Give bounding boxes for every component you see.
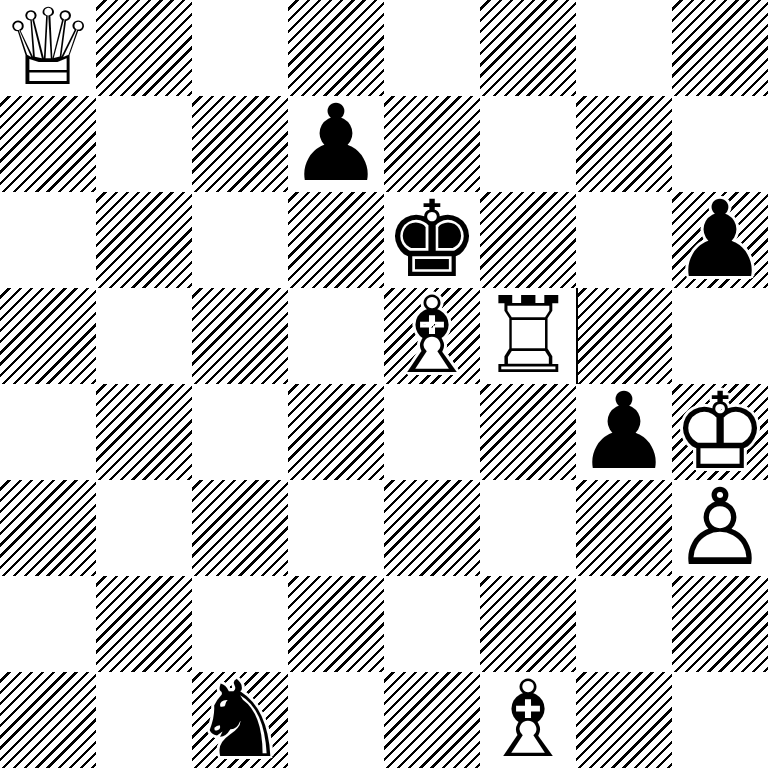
black-knight: ♞ [192,672,288,768]
square-h5[interactable] [672,288,768,384]
square-c2[interactable] [192,576,288,672]
square-a5[interactable] [0,288,96,384]
square-f6[interactable] [480,192,576,288]
square-e2[interactable] [384,576,480,672]
white-queen-fill: ♛ [0,0,96,96]
square-b2[interactable] [96,576,192,672]
black-king: ♚ [384,192,480,288]
square-f8[interactable] [480,0,576,96]
square-f2[interactable] [480,576,576,672]
square-e5[interactable]: ♝♗ [384,288,480,384]
square-c3[interactable] [192,480,288,576]
square-b8[interactable] [96,0,192,96]
square-d6[interactable] [288,192,384,288]
square-d8[interactable] [288,0,384,96]
square-g3[interactable] [576,480,672,576]
square-d3[interactable] [288,480,384,576]
square-f3[interactable] [480,480,576,576]
square-a6[interactable] [0,192,96,288]
white-rook-fill: ♜ [480,288,576,384]
white-king: ♔ [672,384,768,480]
square-d1[interactable] [288,672,384,768]
square-e4[interactable] [384,384,480,480]
square-h2[interactable] [672,576,768,672]
square-h1[interactable] [672,672,768,768]
square-c1[interactable]: ♞ [192,672,288,768]
square-g8[interactable] [576,0,672,96]
square-h6[interactable]: ♟ [672,192,768,288]
square-e6[interactable]: ♚ [384,192,480,288]
square-a1[interactable] [0,672,96,768]
white-bishop-fill: ♝ [480,672,576,768]
square-f4[interactable] [480,384,576,480]
square-b4[interactable] [96,384,192,480]
square-h4[interactable]: ♚♔ [672,384,768,480]
square-c6[interactable] [192,192,288,288]
square-g4[interactable]: ♟ [576,384,672,480]
square-f5[interactable]: ♜♖ [480,288,576,384]
square-c7[interactable] [192,96,288,192]
square-c8[interactable] [192,0,288,96]
black-pawn: ♟ [576,384,672,480]
black-pawn: ♟ [672,192,768,288]
square-g1[interactable] [576,672,672,768]
square-c4[interactable] [192,384,288,480]
white-king-fill: ♚ [672,384,768,480]
square-g7[interactable] [576,96,672,192]
square-d2[interactable] [288,576,384,672]
square-a3[interactable] [0,480,96,576]
square-b6[interactable] [96,192,192,288]
square-a4[interactable] [0,384,96,480]
chess-board: ♛♕♟♚♟♝♗♜♖♟♚♔♟♙♞♝♗ [0,0,768,768]
square-d4[interactable] [288,384,384,480]
square-b1[interactable] [96,672,192,768]
square-h3[interactable]: ♟♙ [672,480,768,576]
square-e8[interactable] [384,0,480,96]
square-a7[interactable] [0,96,96,192]
white-pawn: ♙ [672,480,768,576]
white-queen: ♕ [0,0,96,96]
square-e7[interactable] [384,96,480,192]
square-a2[interactable] [0,576,96,672]
white-pawn-fill: ♟ [672,480,768,576]
square-f7[interactable] [480,96,576,192]
square-h8[interactable] [672,0,768,96]
white-bishop: ♗ [480,672,576,768]
square-h7[interactable] [672,96,768,192]
square-d7[interactable]: ♟ [288,96,384,192]
square-e3[interactable] [384,480,480,576]
square-g6[interactable] [576,192,672,288]
square-b5[interactable] [96,288,192,384]
square-e1[interactable] [384,672,480,768]
white-bishop: ♗ [384,288,480,384]
square-b7[interactable] [96,96,192,192]
white-bishop-fill: ♝ [384,288,480,384]
square-f1[interactable]: ♝♗ [480,672,576,768]
square-d5[interactable] [288,288,384,384]
white-rook: ♖ [480,288,576,384]
square-g2[interactable] [576,576,672,672]
square-g5[interactable] [576,288,672,384]
square-b3[interactable] [96,480,192,576]
square-a8[interactable]: ♛♕ [0,0,96,96]
square-c5[interactable] [192,288,288,384]
black-pawn: ♟ [288,96,384,192]
